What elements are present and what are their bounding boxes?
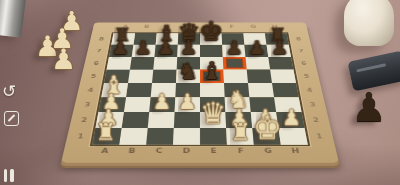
- square-h6[interactable]: [268, 57, 293, 70]
- square-a6[interactable]: [107, 57, 132, 70]
- coord-label: 7: [292, 45, 310, 57]
- coord-label: 5: [84, 70, 103, 83]
- square-g7[interactable]: ♟: [244, 45, 268, 57]
- square-a7[interactable]: ♟: [109, 45, 133, 57]
- square-h4[interactable]: [272, 83, 299, 97]
- coord-label: E: [200, 148, 228, 160]
- piece-wp-h2[interactable]: ♟: [282, 106, 302, 128]
- piece-bp-a7[interactable]: ♟: [112, 38, 129, 57]
- square-c5[interactable]: [152, 70, 177, 83]
- coord-label: A: [89, 148, 118, 160]
- pause-icon[interactable]: [4, 169, 16, 182]
- coord-label: 4: [81, 83, 100, 97]
- coord-label: 6: [295, 57, 313, 70]
- coord-label: 8: [93, 33, 110, 44]
- square-e5[interactable]: ♝: [200, 70, 224, 83]
- board-squares: ♜♝♛♚♜♟♟♟♟♟♟♟♞♝♝♟♟♟♞♟♛♟♟♟♜♜♚: [92, 33, 308, 144]
- coord-label: 3: [77, 97, 97, 112]
- square-f1[interactable]: ♜: [226, 128, 254, 145]
- piece-bb-e5[interactable]: ♝: [201, 59, 223, 83]
- square-e1[interactable]: [200, 128, 227, 145]
- square-e4[interactable]: [200, 83, 225, 97]
- black-pawn-on-table: ♟: [351, 87, 387, 127]
- coord-label: 1: [309, 128, 330, 145]
- coord-label: G: [254, 148, 283, 160]
- white-pawn-on-table-4: ♟: [51, 46, 76, 74]
- square-d2[interactable]: [174, 112, 200, 128]
- piece-wr-f1[interactable]: ♜: [230, 121, 251, 145]
- square-h1[interactable]: [278, 128, 307, 145]
- coord-label: 6: [87, 57, 105, 70]
- square-f5[interactable]: [223, 70, 248, 83]
- piece-bp-g7[interactable]: ♟: [248, 38, 265, 57]
- coord-label: 4: [300, 83, 319, 97]
- piece-bk-e8[interactable]: ♚: [199, 18, 223, 45]
- coord-label: F: [227, 148, 255, 160]
- coord-label: 3: [303, 97, 323, 112]
- square-c2[interactable]: [148, 112, 175, 128]
- square-e7[interactable]: [200, 45, 223, 57]
- piece-bp-c7[interactable]: ♟: [157, 38, 174, 57]
- coord-label: D: [172, 148, 200, 160]
- coord-label: C: [145, 148, 173, 160]
- piece-bn-d5[interactable]: ♞: [178, 60, 199, 83]
- square-h7[interactable]: ♟: [267, 45, 291, 57]
- square-c6[interactable]: [153, 57, 177, 70]
- coord-label: F: [221, 25, 243, 32]
- chess-app-screen: ABCDEFGH ABCDEFGH 87654321 87654321 ♜♝♛♚…: [0, 0, 400, 185]
- piece-wq-e2[interactable]: ♛: [200, 99, 226, 128]
- square-b2[interactable]: [122, 112, 150, 128]
- square-d1[interactable]: [173, 128, 200, 145]
- square-c7[interactable]: ♟: [154, 45, 177, 57]
- square-e8[interactable]: ♚: [200, 33, 222, 44]
- square-b4[interactable]: [126, 83, 152, 97]
- square-c1[interactable]: [146, 128, 174, 145]
- square-b7[interactable]: ♟: [132, 45, 156, 57]
- piece-bp-f7[interactable]: ♟: [226, 38, 243, 57]
- piece-bp-d7[interactable]: ♟: [180, 38, 197, 57]
- chess-board: ABCDEFGH ABCDEFGH 87654321 87654321 ♜♝♛♚…: [61, 22, 339, 162]
- piece-wk-g1[interactable]: ♚: [253, 112, 282, 145]
- square-g4[interactable]: [248, 83, 274, 97]
- piece-wp-d3[interactable]: ♟: [178, 91, 197, 112]
- coord-label: 2: [74, 112, 95, 128]
- file-labels-bottom: ABCDEFGH: [89, 148, 310, 160]
- square-a1[interactable]: ♜: [92, 128, 121, 145]
- square-h5[interactable]: [270, 70, 296, 83]
- piece-wp-c3[interactable]: ♟: [152, 91, 171, 112]
- square-g5[interactable]: [247, 70, 272, 83]
- square-d5[interactable]: ♞: [176, 70, 200, 83]
- square-b1[interactable]: [119, 128, 148, 145]
- coord-label: B: [117, 148, 146, 160]
- coord-label: H: [281, 148, 310, 160]
- square-f7[interactable]: ♟: [222, 45, 245, 57]
- square-b3[interactable]: [124, 97, 151, 112]
- table-lamp: [344, 0, 394, 46]
- coord-label: 1: [70, 128, 91, 145]
- coord-label: 8: [290, 33, 307, 44]
- undo-icon[interactable]: ↺: [2, 81, 16, 101]
- piece-bp-b7[interactable]: ♟: [135, 38, 152, 57]
- coord-label: B: [135, 25, 157, 32]
- square-e2[interactable]: ♛: [200, 112, 226, 128]
- square-b5[interactable]: [128, 70, 153, 83]
- square-g6[interactable]: [246, 57, 271, 70]
- coord-label: 5: [297, 70, 316, 83]
- coord-label: 7: [90, 45, 108, 57]
- edit-icon[interactable]: [4, 111, 19, 126]
- coord-label: 2: [306, 112, 327, 128]
- square-g1[interactable]: ♚: [252, 128, 281, 145]
- coord-label: G: [242, 25, 264, 32]
- square-b6[interactable]: [130, 57, 155, 70]
- square-c3[interactable]: ♟: [149, 97, 175, 112]
- square-d7[interactable]: ♟: [177, 45, 200, 57]
- square-f6[interactable]: [223, 57, 247, 70]
- square-d3[interactable]: ♟: [175, 97, 200, 112]
- piece-bp-h7[interactable]: ♟: [271, 38, 288, 57]
- piece-wr-a1[interactable]: ♜: [95, 121, 116, 145]
